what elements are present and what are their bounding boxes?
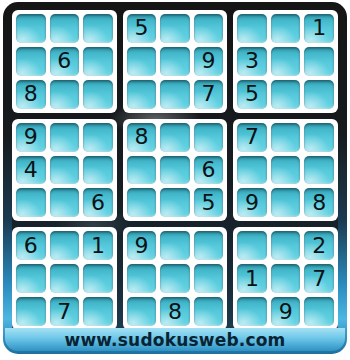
cell-r5c5[interactable]	[160, 156, 190, 185]
box-8: 98	[123, 227, 228, 330]
cell-r1c1[interactable]	[16, 14, 46, 43]
cell-r2c1[interactable]	[16, 47, 46, 76]
cell-r4c5[interactable]	[160, 123, 190, 152]
cell-r3c6[interactable]: 7	[194, 80, 224, 109]
cell-r3c4[interactable]	[127, 80, 157, 109]
cell-r7c8[interactable]	[271, 231, 301, 260]
cell-r9c3[interactable]	[83, 297, 113, 326]
cell-r8c1[interactable]	[16, 264, 46, 293]
sudoku-widget: 68597135946865798617982179 www.sudokuswe…	[0, 0, 350, 360]
cell-r7c3[interactable]: 1	[83, 231, 113, 260]
cell-r3c3[interactable]	[83, 80, 113, 109]
cell-r7c1[interactable]: 6	[16, 231, 46, 260]
cell-r5c7[interactable]	[237, 156, 267, 185]
cell-r3c2[interactable]	[50, 80, 80, 109]
cell-r3c5[interactable]	[160, 80, 190, 109]
cell-r4c9[interactable]	[304, 123, 334, 152]
cell-r4c2[interactable]	[50, 123, 80, 152]
cell-r8c3[interactable]	[83, 264, 113, 293]
box-1: 68	[12, 10, 117, 113]
cell-r7c5[interactable]	[160, 231, 190, 260]
cell-r8c5[interactable]	[160, 264, 190, 293]
site-banner: www.sudokusweb.com	[5, 328, 345, 351]
cell-r2c6[interactable]: 9	[194, 47, 224, 76]
cell-r5c9[interactable]	[304, 156, 334, 185]
cell-r8c9[interactable]: 7	[304, 264, 334, 293]
box-9: 2179	[233, 227, 338, 330]
cell-r5c6[interactable]: 6	[194, 156, 224, 185]
cell-r6c2[interactable]	[50, 188, 80, 217]
cell-r5c4[interactable]	[127, 156, 157, 185]
cell-r9c9[interactable]	[304, 297, 334, 326]
cell-r9c1[interactable]	[16, 297, 46, 326]
cell-r1c3[interactable]	[83, 14, 113, 43]
cell-r7c7[interactable]	[237, 231, 267, 260]
site-url: www.sudokusweb.com	[64, 330, 285, 350]
cell-r8c2[interactable]	[50, 264, 80, 293]
cell-r5c2[interactable]	[50, 156, 80, 185]
sudoku-board: 68597135946865798617982179	[12, 10, 338, 330]
cell-r2c3[interactable]	[83, 47, 113, 76]
cell-r7c4[interactable]: 9	[127, 231, 157, 260]
cell-r1c5[interactable]	[160, 14, 190, 43]
box-7: 617	[12, 227, 117, 330]
cell-r7c6[interactable]	[194, 231, 224, 260]
cell-r4c4[interactable]: 8	[127, 123, 157, 152]
cell-r7c2[interactable]	[50, 231, 80, 260]
box-6: 798	[233, 119, 338, 222]
cell-r3c9[interactable]	[304, 80, 334, 109]
cell-r2c2[interactable]: 6	[50, 47, 80, 76]
cell-r8c7[interactable]: 1	[237, 264, 267, 293]
cell-r5c1[interactable]: 4	[16, 156, 46, 185]
cell-r2c9[interactable]	[304, 47, 334, 76]
cell-r4c3[interactable]	[83, 123, 113, 152]
cell-r6c1[interactable]	[16, 188, 46, 217]
box-2: 597	[123, 10, 228, 113]
cell-r3c8[interactable]	[271, 80, 301, 109]
cell-r3c7[interactable]: 5	[237, 80, 267, 109]
cell-r2c8[interactable]	[271, 47, 301, 76]
cell-r1c6[interactable]	[194, 14, 224, 43]
cell-r6c9[interactable]: 8	[304, 188, 334, 217]
cell-r9c2[interactable]: 7	[50, 297, 80, 326]
cell-r4c7[interactable]: 7	[237, 123, 267, 152]
box-5: 865	[123, 119, 228, 222]
cell-r6c5[interactable]	[160, 188, 190, 217]
box-4: 946	[12, 119, 117, 222]
cell-r9c4[interactable]	[127, 297, 157, 326]
cell-r6c8[interactable]	[271, 188, 301, 217]
cell-r1c2[interactable]	[50, 14, 80, 43]
box-3: 135	[233, 10, 338, 113]
cell-r6c4[interactable]	[127, 188, 157, 217]
cell-r9c5[interactable]: 8	[160, 297, 190, 326]
cell-r9c6[interactable]	[194, 297, 224, 326]
cell-r8c4[interactable]	[127, 264, 157, 293]
cell-r4c1[interactable]: 9	[16, 123, 46, 152]
cell-r2c4[interactable]	[127, 47, 157, 76]
cell-r1c4[interactable]: 5	[127, 14, 157, 43]
cell-r1c9[interactable]: 1	[304, 14, 334, 43]
cell-r8c6[interactable]	[194, 264, 224, 293]
cell-r6c3[interactable]: 6	[83, 188, 113, 217]
cell-r2c5[interactable]	[160, 47, 190, 76]
cell-r8c8[interactable]	[271, 264, 301, 293]
board-frame: 68597135946865798617982179 www.sudokuswe…	[3, 2, 347, 354]
cell-r2c7[interactable]: 3	[237, 47, 267, 76]
cell-r1c7[interactable]	[237, 14, 267, 43]
cell-r3c1[interactable]: 8	[16, 80, 46, 109]
cell-r6c6[interactable]: 5	[194, 188, 224, 217]
cell-r9c8[interactable]: 9	[271, 297, 301, 326]
cell-r6c7[interactable]: 9	[237, 188, 267, 217]
cell-r7c9[interactable]: 2	[304, 231, 334, 260]
cell-r5c3[interactable]	[83, 156, 113, 185]
cell-r4c8[interactable]	[271, 123, 301, 152]
cell-r4c6[interactable]	[194, 123, 224, 152]
cell-r9c7[interactable]	[237, 297, 267, 326]
cell-r1c8[interactable]	[271, 14, 301, 43]
cell-r5c8[interactable]	[271, 156, 301, 185]
